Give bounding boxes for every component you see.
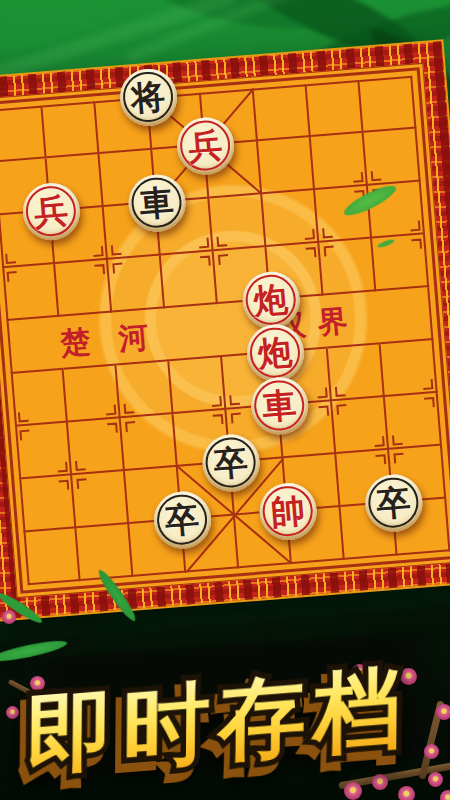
screen: 楚河 汉界 将兵車兵炮炮車卒卒帥卒 即时存档 即时存档 即时存档 <box>0 0 450 800</box>
piece-red-cannon-2[interactable]: 炮 <box>244 322 305 383</box>
piece-red-soldier-1[interactable]: 兵 <box>174 115 235 176</box>
piece-character: 車 <box>126 172 187 233</box>
piece-red-chariot[interactable]: 車 <box>249 375 310 436</box>
plum-blossom-icon <box>6 706 19 719</box>
plum-blossom-icon <box>398 786 415 800</box>
board-grid: 楚河 汉界 将兵車兵炮炮車卒卒帥卒 <box>0 76 450 585</box>
piece-black-soldier-1[interactable]: 卒 <box>200 432 261 493</box>
piece-black-chariot[interactable]: 車 <box>126 172 187 233</box>
piece-character: 兵 <box>20 180 81 241</box>
piece-red-general[interactable]: 帥 <box>257 480 318 541</box>
plum-blossom-icon <box>2 610 16 624</box>
piece-red-soldier-2[interactable]: 兵 <box>20 180 81 241</box>
piece-red-cannon-1[interactable]: 炮 <box>240 269 301 330</box>
piece-character: 帥 <box>257 480 318 541</box>
plum-blossom-icon <box>440 790 450 800</box>
piece-character: 炮 <box>244 322 305 383</box>
xiangqi-board[interactable]: 楚河 汉界 将兵車兵炮炮車卒卒帥卒 <box>0 41 450 619</box>
piece-character: 炮 <box>240 269 301 330</box>
board-field: 楚河 汉界 将兵車兵炮炮車卒卒帥卒 <box>0 63 450 598</box>
piece-character: 卒 <box>151 489 212 550</box>
piece-character: 将 <box>117 66 178 127</box>
piece-black-soldier-3[interactable]: 卒 <box>363 472 424 533</box>
piece-layer: 将兵車兵炮炮車卒卒帥卒 <box>0 76 450 585</box>
plum-blossom-icon <box>344 782 362 800</box>
piece-black-soldier-2[interactable]: 卒 <box>151 489 212 550</box>
piece-character: 卒 <box>363 472 424 533</box>
piece-character: 車 <box>249 375 310 436</box>
piece-black-general[interactable]: 将 <box>117 66 178 127</box>
piece-character: 兵 <box>174 115 235 176</box>
piece-character: 卒 <box>200 432 261 493</box>
